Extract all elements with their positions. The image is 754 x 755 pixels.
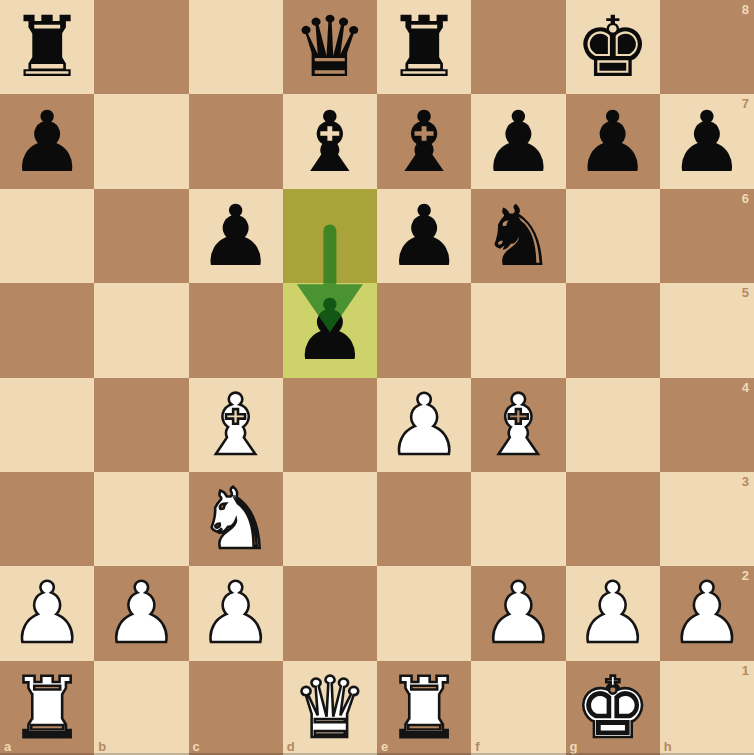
rank-label-3: 3 <box>742 475 749 488</box>
square-b7[interactable] <box>94 94 188 188</box>
square-g8[interactable]: ♚ <box>566 0 660 94</box>
square-f7[interactable]: ♟ <box>471 94 565 188</box>
square-a6[interactable] <box>0 189 94 283</box>
square-c5[interactable] <box>189 283 283 377</box>
piece-black-pawn[interactable]: ♟ <box>292 288 367 372</box>
square-h3[interactable]: 3 <box>660 472 754 566</box>
square-d4[interactable] <box>283 378 377 472</box>
piece-black-pawn[interactable]: ♟ <box>669 100 744 184</box>
square-g5[interactable] <box>566 283 660 377</box>
square-d7[interactable]: ♝ <box>283 94 377 188</box>
rank-label-8: 8 <box>742 3 749 16</box>
piece-black-pawn[interactable]: ♟ <box>386 194 461 278</box>
piece-white-bishop[interactable]: ♝ <box>481 383 556 467</box>
square-g4[interactable] <box>566 378 660 472</box>
square-e6[interactable]: ♟ <box>377 189 471 283</box>
square-d2[interactable] <box>283 566 377 660</box>
piece-white-pawn[interactable]: ♟ <box>9 571 84 655</box>
piece-white-rook[interactable]: ♜ <box>386 666 461 750</box>
piece-white-pawn[interactable]: ♟ <box>386 383 461 467</box>
piece-white-rook[interactable]: ♜ <box>9 666 84 750</box>
square-c8[interactable] <box>189 0 283 94</box>
piece-black-pawn[interactable]: ♟ <box>9 100 84 184</box>
rank-label-4: 4 <box>742 381 749 394</box>
square-a3[interactable] <box>0 472 94 566</box>
file-label-g: g <box>570 740 578 753</box>
piece-black-pawn[interactable]: ♟ <box>481 100 556 184</box>
piece-white-knight[interactable]: ♞ <box>198 477 273 561</box>
square-b6[interactable] <box>94 189 188 283</box>
square-d3[interactable] <box>283 472 377 566</box>
chess-board: ♜♛♜♚8♟♝♝♟♟♟7♟♟♞6♟5♝♟♝4♞3♟♟♟♟♟♟2♜abc♛d♜ef… <box>0 0 754 755</box>
square-f1[interactable]: f <box>471 661 565 755</box>
square-d1[interactable]: ♛d <box>283 661 377 755</box>
file-label-h: h <box>664 740 672 753</box>
square-f5[interactable] <box>471 283 565 377</box>
file-label-a: a <box>4 740 11 753</box>
square-e4[interactable]: ♟ <box>377 378 471 472</box>
square-a2[interactable]: ♟ <box>0 566 94 660</box>
square-e5[interactable] <box>377 283 471 377</box>
piece-white-queen[interactable]: ♛ <box>292 666 367 750</box>
square-a8[interactable]: ♜ <box>0 0 94 94</box>
square-c4[interactable]: ♝ <box>189 378 283 472</box>
piece-black-bishop[interactable]: ♝ <box>292 100 367 184</box>
square-d5[interactable]: ♟ <box>283 283 377 377</box>
square-c1[interactable]: c <box>189 661 283 755</box>
rank-label-7: 7 <box>742 97 749 110</box>
piece-black-knight[interactable]: ♞ <box>481 194 556 278</box>
square-g7[interactable]: ♟ <box>566 94 660 188</box>
piece-white-pawn[interactable]: ♟ <box>198 571 273 655</box>
square-f2[interactable]: ♟ <box>471 566 565 660</box>
square-f8[interactable] <box>471 0 565 94</box>
file-label-d: d <box>287 740 295 753</box>
square-e1[interactable]: ♜e <box>377 661 471 755</box>
piece-white-pawn[interactable]: ♟ <box>481 571 556 655</box>
square-h2[interactable]: ♟2 <box>660 566 754 660</box>
piece-white-pawn[interactable]: ♟ <box>104 571 179 655</box>
square-h8[interactable]: 8 <box>660 0 754 94</box>
square-d6[interactable] <box>283 189 377 283</box>
square-a5[interactable] <box>0 283 94 377</box>
square-g3[interactable] <box>566 472 660 566</box>
piece-black-rook[interactable]: ♜ <box>9 5 84 89</box>
square-f4[interactable]: ♝ <box>471 378 565 472</box>
square-c2[interactable]: ♟ <box>189 566 283 660</box>
square-e7[interactable]: ♝ <box>377 94 471 188</box>
rank-label-2: 2 <box>742 569 749 582</box>
piece-black-king[interactable]: ♚ <box>575 5 650 89</box>
square-e8[interactable]: ♜ <box>377 0 471 94</box>
file-label-f: f <box>475 740 479 753</box>
rank-label-1: 1 <box>742 664 749 677</box>
square-a4[interactable] <box>0 378 94 472</box>
square-c7[interactable] <box>189 94 283 188</box>
piece-white-pawn[interactable]: ♟ <box>669 571 744 655</box>
square-h7[interactable]: ♟7 <box>660 94 754 188</box>
square-b2[interactable]: ♟ <box>94 566 188 660</box>
square-c6[interactable]: ♟ <box>189 189 283 283</box>
square-g1[interactable]: ♚g <box>566 661 660 755</box>
file-label-b: b <box>98 740 106 753</box>
square-d8[interactable]: ♛ <box>283 0 377 94</box>
square-f6[interactable]: ♞ <box>471 189 565 283</box>
square-b8[interactable] <box>94 0 188 94</box>
rank-label-6: 6 <box>742 192 749 205</box>
piece-black-queen[interactable]: ♛ <box>292 5 367 89</box>
square-g6[interactable] <box>566 189 660 283</box>
square-b4[interactable] <box>94 378 188 472</box>
square-h4[interactable]: 4 <box>660 378 754 472</box>
piece-white-king[interactable]: ♚ <box>575 666 650 750</box>
square-h5[interactable]: 5 <box>660 283 754 377</box>
piece-black-bishop[interactable]: ♝ <box>386 100 461 184</box>
square-e3[interactable] <box>377 472 471 566</box>
file-label-e: e <box>381 740 388 753</box>
square-h1[interactable]: 1h <box>660 661 754 755</box>
piece-white-bishop[interactable]: ♝ <box>198 383 273 467</box>
square-e2[interactable] <box>377 566 471 660</box>
square-f3[interactable] <box>471 472 565 566</box>
square-c3[interactable]: ♞ <box>189 472 283 566</box>
square-a7[interactable]: ♟ <box>0 94 94 188</box>
square-a1[interactable]: ♜a <box>0 661 94 755</box>
piece-white-pawn[interactable]: ♟ <box>575 571 650 655</box>
piece-black-rook[interactable]: ♜ <box>386 5 461 89</box>
square-g2[interactable]: ♟ <box>566 566 660 660</box>
rank-label-5: 5 <box>742 286 749 299</box>
piece-black-pawn[interactable]: ♟ <box>575 100 650 184</box>
square-b5[interactable] <box>94 283 188 377</box>
file-label-c: c <box>193 740 200 753</box>
square-h6[interactable]: 6 <box>660 189 754 283</box>
piece-black-pawn[interactable]: ♟ <box>198 194 273 278</box>
square-b3[interactable] <box>94 472 188 566</box>
square-b1[interactable]: b <box>94 661 188 755</box>
